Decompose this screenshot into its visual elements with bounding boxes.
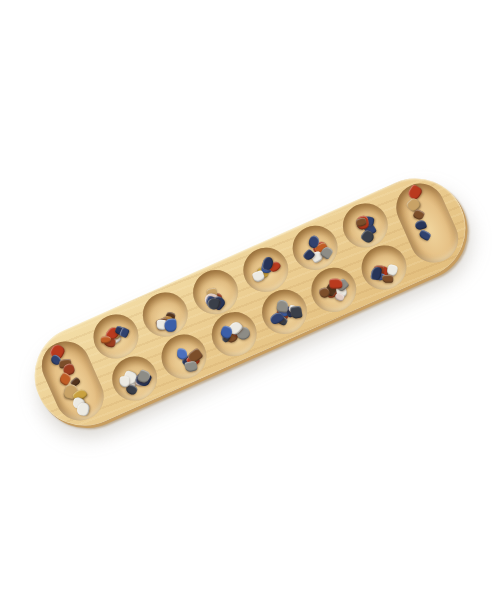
gemstone-dark <box>290 306 302 319</box>
gemstone-navy <box>414 219 427 231</box>
gemstone-sodalite <box>418 229 431 241</box>
gemstone-brown <box>382 274 393 283</box>
mancala-board <box>19 162 482 441</box>
gemstone-lapis <box>164 318 177 332</box>
gemstone-red <box>329 278 342 288</box>
gemstone-navy <box>370 266 382 281</box>
gemstone-white <box>76 401 90 416</box>
gemstone-gray <box>184 360 198 372</box>
gemstone-gray <box>276 300 289 313</box>
photo-background <box>0 0 500 600</box>
pits-grid <box>81 190 419 414</box>
